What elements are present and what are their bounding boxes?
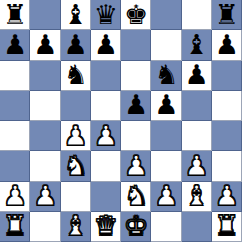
square-e5[interactable]: ♟ xyxy=(121,91,151,121)
square-g5[interactable] xyxy=(182,91,212,121)
white-queen[interactable]: ♛ xyxy=(94,212,118,239)
square-h2[interactable]: ♟ xyxy=(212,182,242,212)
square-e6[interactable] xyxy=(121,61,151,91)
square-g8[interactable] xyxy=(182,0,212,30)
black-pawn[interactable]: ♟ xyxy=(3,31,27,58)
square-d4[interactable]: ♟ xyxy=(91,121,121,151)
black-knight[interactable]: ♞ xyxy=(154,61,178,88)
black-pawn[interactable]: ♟ xyxy=(124,91,148,118)
square-f8[interactable] xyxy=(151,0,181,30)
square-g6[interactable]: ♟ xyxy=(182,61,212,91)
white-knight[interactable]: ♞ xyxy=(64,152,88,179)
square-a8[interactable]: ♜ xyxy=(0,0,30,30)
black-pawn[interactable]: ♟ xyxy=(64,31,88,58)
square-c8[interactable]: ♝ xyxy=(61,0,91,30)
square-g7[interactable]: ♝ xyxy=(182,30,212,60)
white-king[interactable]: ♚ xyxy=(124,212,148,239)
square-f2[interactable]: ♟ xyxy=(151,182,181,212)
black-rook[interactable]: ♜ xyxy=(215,1,239,28)
chess-board: ♜♝♛♚♜♟♟♟♟♝♟♞♞♟♟♟♟♟♞♟♟♟♟♞♟♝♟♜♝♛♚♜ xyxy=(0,0,242,242)
square-b7[interactable]: ♟ xyxy=(30,30,60,60)
white-pawn[interactable]: ♟ xyxy=(64,122,88,149)
square-a5[interactable] xyxy=(0,91,30,121)
square-e2[interactable]: ♞ xyxy=(121,182,151,212)
black-pawn[interactable]: ♟ xyxy=(33,31,57,58)
square-b1[interactable] xyxy=(30,212,60,242)
black-pawn[interactable]: ♟ xyxy=(215,31,239,58)
square-d5[interactable] xyxy=(91,91,121,121)
square-e3[interactable]: ♟ xyxy=(121,151,151,181)
square-g3[interactable]: ♟ xyxy=(182,151,212,181)
square-h8[interactable]: ♜ xyxy=(212,0,242,30)
square-a4[interactable] xyxy=(0,121,30,151)
square-c6[interactable]: ♞ xyxy=(61,61,91,91)
square-e4[interactable] xyxy=(121,121,151,151)
square-a1[interactable]: ♜ xyxy=(0,212,30,242)
black-pawn[interactable]: ♟ xyxy=(94,31,118,58)
square-g1[interactable] xyxy=(182,212,212,242)
square-c3[interactable]: ♞ xyxy=(61,151,91,181)
black-king[interactable]: ♚ xyxy=(124,1,148,28)
square-b4[interactable] xyxy=(30,121,60,151)
square-h3[interactable] xyxy=(212,151,242,181)
black-knight[interactable]: ♞ xyxy=(64,61,88,88)
square-g4[interactable] xyxy=(182,121,212,151)
square-d7[interactable]: ♟ xyxy=(91,30,121,60)
square-d3[interactable] xyxy=(91,151,121,181)
square-e7[interactable] xyxy=(121,30,151,60)
square-c1[interactable]: ♝ xyxy=(61,212,91,242)
square-f3[interactable] xyxy=(151,151,181,181)
square-c5[interactable] xyxy=(61,91,91,121)
square-d6[interactable] xyxy=(91,61,121,91)
square-b6[interactable] xyxy=(30,61,60,91)
black-bishop[interactable]: ♝ xyxy=(185,31,209,58)
square-h5[interactable] xyxy=(212,91,242,121)
square-h6[interactable] xyxy=(212,61,242,91)
square-f6[interactable]: ♞ xyxy=(151,61,181,91)
square-d1[interactable]: ♛ xyxy=(91,212,121,242)
square-h1[interactable]: ♜ xyxy=(212,212,242,242)
square-a3[interactable] xyxy=(0,151,30,181)
square-e1[interactable]: ♚ xyxy=(121,212,151,242)
black-queen[interactable]: ♛ xyxy=(94,1,118,28)
square-e8[interactable]: ♚ xyxy=(121,0,151,30)
white-rook[interactable]: ♜ xyxy=(3,212,27,239)
square-f5[interactable]: ♟ xyxy=(151,91,181,121)
white-rook[interactable]: ♜ xyxy=(215,212,239,239)
white-pawn[interactable]: ♟ xyxy=(124,152,148,179)
black-pawn[interactable]: ♟ xyxy=(154,91,178,118)
square-a6[interactable] xyxy=(0,61,30,91)
black-bishop[interactable]: ♝ xyxy=(64,1,88,28)
square-c4[interactable]: ♟ xyxy=(61,121,91,151)
white-pawn[interactable]: ♟ xyxy=(215,182,239,209)
white-pawn[interactable]: ♟ xyxy=(33,182,57,209)
square-f1[interactable] xyxy=(151,212,181,242)
square-c2[interactable] xyxy=(61,182,91,212)
black-rook[interactable]: ♜ xyxy=(3,1,27,28)
square-g2[interactable]: ♝ xyxy=(182,182,212,212)
black-pawn[interactable]: ♟ xyxy=(185,61,209,88)
white-pawn[interactable]: ♟ xyxy=(3,182,27,209)
square-b3[interactable] xyxy=(30,151,60,181)
white-bishop[interactable]: ♝ xyxy=(64,212,88,239)
white-bishop[interactable]: ♝ xyxy=(185,182,209,209)
white-knight[interactable]: ♞ xyxy=(124,182,148,209)
square-b5[interactable] xyxy=(30,91,60,121)
square-c7[interactable]: ♟ xyxy=(61,30,91,60)
white-pawn[interactable]: ♟ xyxy=(154,182,178,209)
square-f7[interactable] xyxy=(151,30,181,60)
square-a7[interactable]: ♟ xyxy=(0,30,30,60)
square-b8[interactable] xyxy=(30,0,60,30)
square-a2[interactable]: ♟ xyxy=(0,182,30,212)
square-d8[interactable]: ♛ xyxy=(91,0,121,30)
white-pawn[interactable]: ♟ xyxy=(185,152,209,179)
square-h4[interactable] xyxy=(212,121,242,151)
square-f4[interactable] xyxy=(151,121,181,151)
square-d2[interactable] xyxy=(91,182,121,212)
square-b2[interactable]: ♟ xyxy=(30,182,60,212)
square-h7[interactable]: ♟ xyxy=(212,30,242,60)
white-pawn[interactable]: ♟ xyxy=(94,122,118,149)
